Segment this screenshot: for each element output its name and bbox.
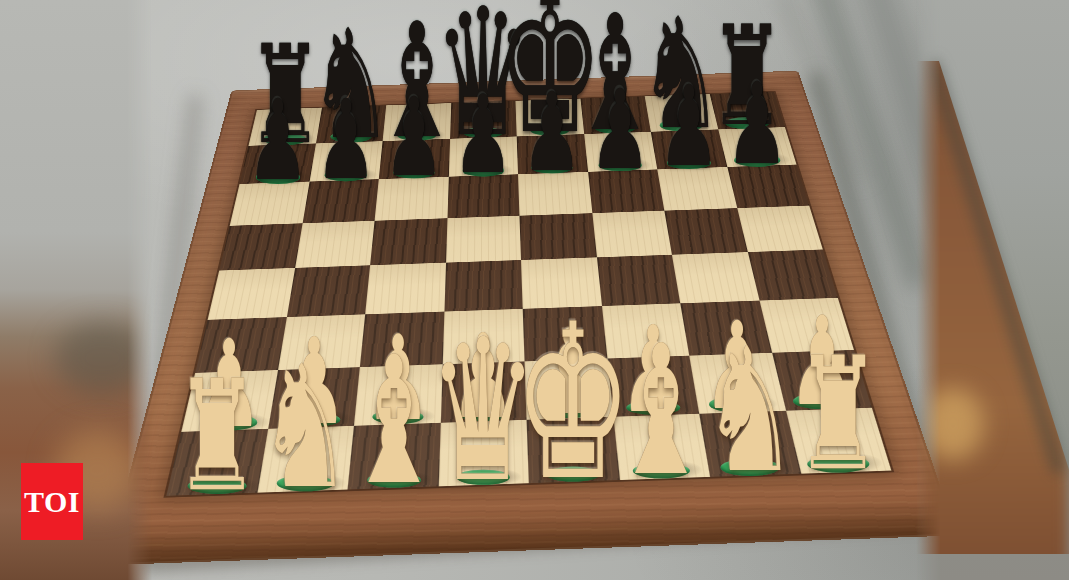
square-h8: [709, 92, 784, 129]
square-a1: [166, 428, 267, 495]
square-f6: [588, 169, 665, 212]
square-g8: [645, 94, 718, 131]
square-h4: [747, 249, 837, 300]
square-c1: [348, 422, 441, 489]
square-c5: [370, 218, 447, 265]
square-c7: [379, 139, 450, 180]
square-a2: [181, 370, 277, 431]
square-h7: [718, 127, 797, 167]
square-b4: [286, 265, 370, 316]
blur-band-right: [916, 0, 1069, 580]
square-e4: [521, 257, 601, 308]
square-g4: [672, 252, 759, 303]
square-e1: [527, 416, 620, 483]
square-a4: [208, 268, 295, 320]
square-d6: [447, 174, 519, 218]
square-b3: [277, 314, 365, 370]
square-g2: [689, 353, 785, 414]
square-d1: [438, 419, 529, 486]
square-g3: [680, 300, 771, 355]
square-e5: [519, 213, 596, 260]
square-f7: [584, 132, 658, 172]
square-g1: [699, 410, 801, 477]
square-b7: [309, 141, 382, 182]
square-d4: [444, 260, 523, 311]
square-h2: [772, 350, 872, 410]
square-d7: [448, 136, 518, 177]
square-c4: [365, 263, 445, 314]
square-c3: [360, 311, 444, 367]
square-d3: [442, 308, 524, 364]
square-a7: [240, 143, 316, 184]
square-a6: [230, 182, 309, 226]
toi-watermark-text: TOI: [24, 485, 80, 519]
square-h5: [737, 205, 823, 252]
square-e3: [523, 306, 607, 362]
square-b2: [268, 367, 360, 428]
square-e8: [515, 99, 583, 137]
square-b6: [302, 179, 379, 223]
square-g5: [664, 208, 747, 255]
square-e6: [518, 172, 592, 216]
square-d8: [450, 101, 517, 139]
news-photo-chess-starting-position: ♜♞♝♛♚♝♞♜♟♟♟♟♟♟♟♟♟♟♟♟♟♟♟♟♜♞♝♛♚♝♞♜ TOI: [0, 0, 1069, 580]
square-f4: [596, 255, 680, 306]
square-h6: [727, 165, 809, 208]
square-g6: [657, 167, 736, 210]
square-e2: [525, 359, 613, 420]
board-squares: [166, 92, 891, 496]
square-a5: [219, 223, 302, 271]
square-a3: [195, 317, 286, 373]
toi-watermark: TOI: [21, 463, 83, 540]
blur-smudge: [55, 322, 150, 394]
square-f3: [601, 303, 689, 359]
square-f2: [607, 356, 699, 417]
square-b5: [295, 220, 375, 267]
square-g7: [651, 129, 727, 169]
square-h3: [759, 297, 854, 352]
square-f5: [592, 210, 672, 257]
square-h1: [785, 407, 891, 473]
square-c6: [375, 177, 449, 221]
square-b1: [257, 425, 354, 492]
square-d2: [440, 361, 526, 422]
square-b8: [316, 105, 387, 143]
blur-gold-patch: [922, 388, 984, 460]
square-d5: [446, 215, 521, 262]
square-f8: [580, 96, 651, 134]
square-a8: [249, 108, 322, 146]
chess-board: [105, 71, 957, 566]
board-frame: [105, 71, 957, 566]
square-c8: [383, 103, 451, 141]
square-c2: [354, 364, 442, 425]
square-f1: [613, 413, 710, 480]
square-e7: [517, 134, 588, 174]
